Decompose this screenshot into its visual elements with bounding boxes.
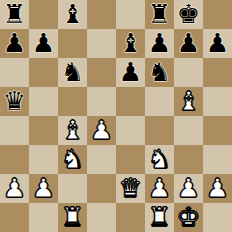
- square-a1[interactable]: [0, 203, 29, 232]
- square-b8[interactable]: [29, 0, 58, 29]
- square-f7[interactable]: ♟: [145, 29, 174, 58]
- white-pawn[interactable]: ♟: [148, 174, 171, 203]
- square-f1[interactable]: ♜: [145, 203, 174, 232]
- square-d1[interactable]: [87, 203, 116, 232]
- black-pawn[interactable]: ♟: [206, 29, 229, 58]
- black-rook[interactable]: ♜: [148, 0, 171, 29]
- square-a8[interactable]: ♜: [0, 0, 29, 29]
- white-pawn[interactable]: ♟: [3, 174, 26, 203]
- square-c4[interactable]: ♝: [58, 116, 87, 145]
- black-pawn[interactable]: ♟: [32, 29, 55, 58]
- square-b5[interactable]: [29, 87, 58, 116]
- black-queen[interactable]: ♛: [3, 87, 26, 116]
- white-rook[interactable]: ♜: [148, 203, 171, 232]
- square-a5[interactable]: ♛: [0, 87, 29, 116]
- square-d3[interactable]: [87, 145, 116, 174]
- square-c8[interactable]: ♝: [58, 0, 87, 29]
- square-a4[interactable]: [0, 116, 29, 145]
- square-f8[interactable]: ♜: [145, 0, 174, 29]
- square-h8[interactable]: [203, 0, 232, 29]
- square-f5[interactable]: [145, 87, 174, 116]
- square-b2[interactable]: ♟: [29, 174, 58, 203]
- square-d6[interactable]: [87, 58, 116, 87]
- square-c2[interactable]: [58, 174, 87, 203]
- square-h7[interactable]: ♟: [203, 29, 232, 58]
- square-b1[interactable]: [29, 203, 58, 232]
- square-f2[interactable]: ♟: [145, 174, 174, 203]
- white-pawn[interactable]: ♟: [177, 174, 200, 203]
- black-pawn[interactable]: ♟: [3, 29, 26, 58]
- square-f6[interactable]: ♞: [145, 58, 174, 87]
- white-pawn[interactable]: ♟: [206, 174, 229, 203]
- square-e6[interactable]: ♟: [116, 58, 145, 87]
- square-h5[interactable]: [203, 87, 232, 116]
- square-g6[interactable]: [174, 58, 203, 87]
- black-pawn[interactable]: ♟: [177, 29, 200, 58]
- square-g8[interactable]: ♚: [174, 0, 203, 29]
- square-h6[interactable]: [203, 58, 232, 87]
- white-bishop[interactable]: ♝: [177, 87, 200, 116]
- square-c3[interactable]: ♞: [58, 145, 87, 174]
- square-g4[interactable]: [174, 116, 203, 145]
- square-e1[interactable]: [116, 203, 145, 232]
- square-e4[interactable]: [116, 116, 145, 145]
- white-knight[interactable]: ♞: [148, 145, 171, 174]
- square-g1[interactable]: ♚: [174, 203, 203, 232]
- square-e2[interactable]: ♛: [116, 174, 145, 203]
- square-f3[interactable]: ♞: [145, 145, 174, 174]
- square-h4[interactable]: [203, 116, 232, 145]
- black-rook[interactable]: ♜: [3, 0, 26, 29]
- square-g2[interactable]: ♟: [174, 174, 203, 203]
- white-knight[interactable]: ♞: [61, 145, 84, 174]
- black-bishop[interactable]: ♝: [119, 29, 142, 58]
- chess-board: ♜♝♜♚♟♟♝♟♟♟♞♟♞♛♝♝♟♞♞♟♟♛♟♟♟♜♜♚: [0, 0, 232, 232]
- square-b7[interactable]: ♟: [29, 29, 58, 58]
- square-e3[interactable]: [116, 145, 145, 174]
- square-f4[interactable]: [145, 116, 174, 145]
- black-bishop[interactable]: ♝: [61, 0, 84, 29]
- square-b3[interactable]: [29, 145, 58, 174]
- square-d4[interactable]: ♟: [87, 116, 116, 145]
- black-king[interactable]: ♚: [177, 0, 200, 29]
- square-d8[interactable]: [87, 0, 116, 29]
- square-d7[interactable]: [87, 29, 116, 58]
- square-d5[interactable]: [87, 87, 116, 116]
- square-c5[interactable]: [58, 87, 87, 116]
- chess-board-window: ♜♝♜♚♟♟♝♟♟♟♞♟♞♛♝♝♟♞♞♟♟♛♟♟♟♜♜♚: [0, 0, 232, 232]
- black-pawn[interactable]: ♟: [148, 29, 171, 58]
- square-a3[interactable]: [0, 145, 29, 174]
- square-b4[interactable]: [29, 116, 58, 145]
- white-bishop[interactable]: ♝: [61, 116, 84, 145]
- square-g3[interactable]: [174, 145, 203, 174]
- white-pawn[interactable]: ♟: [90, 116, 113, 145]
- square-c7[interactable]: [58, 29, 87, 58]
- white-pawn[interactable]: ♟: [32, 174, 55, 203]
- square-c1[interactable]: ♜: [58, 203, 87, 232]
- square-d2[interactable]: [87, 174, 116, 203]
- square-c6[interactable]: ♞: [58, 58, 87, 87]
- white-king[interactable]: ♚: [177, 203, 200, 232]
- black-knight[interactable]: ♞: [61, 58, 84, 87]
- white-rook[interactable]: ♜: [61, 203, 84, 232]
- square-h3[interactable]: [203, 145, 232, 174]
- square-a6[interactable]: [0, 58, 29, 87]
- square-g5[interactable]: ♝: [174, 87, 203, 116]
- square-e5[interactable]: [116, 87, 145, 116]
- square-a2[interactable]: ♟: [0, 174, 29, 203]
- square-b6[interactable]: [29, 58, 58, 87]
- black-knight[interactable]: ♞: [148, 58, 171, 87]
- white-queen[interactable]: ♛: [119, 174, 142, 203]
- square-a7[interactable]: ♟: [0, 29, 29, 58]
- square-e7[interactable]: ♝: [116, 29, 145, 58]
- square-h2[interactable]: ♟: [203, 174, 232, 203]
- black-pawn[interactable]: ♟: [119, 58, 142, 87]
- square-e8[interactable]: [116, 0, 145, 29]
- square-h1[interactable]: [203, 203, 232, 232]
- square-g7[interactable]: ♟: [174, 29, 203, 58]
